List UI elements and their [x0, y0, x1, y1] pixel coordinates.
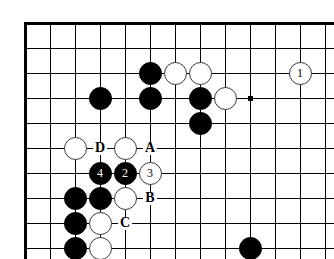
grid-line-vertical	[50, 22, 51, 259]
black-stone-E13-move-2: 2	[114, 162, 137, 185]
grid-line-horizontal	[24, 48, 334, 49]
move-number-3: 3	[147, 167, 153, 179]
white-stone-F13-move-3: 3	[139, 162, 162, 185]
star-point-K16	[248, 96, 253, 101]
go-diagram-screenshot: 1423ABCD	[0, 0, 334, 259]
move-number-2: 2	[122, 167, 128, 179]
black-stone-F16	[139, 87, 162, 110]
black-stone-F17	[139, 62, 162, 85]
grid-line-vertical	[300, 22, 301, 259]
grid-line-horizontal	[24, 98, 334, 99]
black-stone-H15	[189, 112, 212, 135]
grid-line-horizontal	[24, 123, 334, 124]
white-stone-C14	[64, 137, 87, 160]
point-label-D: D	[93, 142, 107, 155]
point-label-B: B	[143, 192, 157, 205]
board-edge-top	[24, 22, 334, 25]
go-board: 1423ABCD	[0, 0, 334, 259]
white-stone-M17-move-1: 1	[289, 62, 312, 85]
point-label-C: C	[118, 217, 132, 230]
white-stone-D10	[89, 237, 112, 259]
white-stone-G17	[164, 62, 187, 85]
black-stone-H16	[189, 87, 212, 110]
move-number-4: 4	[97, 167, 103, 179]
black-stone-C11	[64, 212, 87, 235]
grid-line-horizontal	[24, 173, 334, 174]
grid-line-vertical	[225, 22, 226, 259]
white-stone-E12	[114, 187, 137, 210]
black-stone-D16	[89, 87, 112, 110]
white-stone-E14	[114, 137, 137, 160]
grid-line-vertical	[175, 22, 176, 259]
point-label-A: A	[143, 142, 157, 155]
black-stone-C12	[64, 187, 87, 210]
black-stone-D13-move-4: 4	[89, 162, 112, 185]
grid-line-vertical	[250, 22, 251, 259]
grid-line-vertical	[200, 22, 201, 259]
white-stone-D11	[89, 212, 112, 235]
grid-line-vertical	[275, 22, 276, 259]
black-stone-D12	[89, 187, 112, 210]
grid-line-vertical	[325, 22, 326, 259]
black-stone-K10	[239, 237, 262, 259]
black-stone-C10	[64, 237, 87, 259]
white-stone-J16	[214, 87, 237, 110]
white-stone-H17	[189, 62, 212, 85]
board-edge-left	[24, 22, 27, 259]
move-number-1: 1	[297, 67, 303, 79]
